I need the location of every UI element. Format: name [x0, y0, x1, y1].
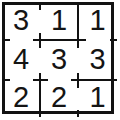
cell-grid: 3 1 1 4 3 3 2 2 1 — [2, 2, 117, 117]
cell-value: 3 — [89, 45, 105, 74]
cell-r2c0[interactable]: 2 — [2, 80, 40, 117]
cell-value: 1 — [51, 6, 67, 35]
cell-value: 1 — [89, 6, 105, 35]
drawn-edge — [77, 2, 80, 40]
cell-value: 3 — [13, 6, 29, 35]
border-tick-icon — [77, 110, 80, 118]
cell-value: 2 — [51, 83, 67, 112]
puzzle-board: 3 1 1 4 3 3 2 2 1 — [0, 0, 120, 120]
cell-value: 1 — [89, 83, 105, 112]
border-tick-icon — [2, 79, 10, 82]
cell-value: 4 — [13, 45, 29, 74]
cell-r1c1[interactable]: 3 — [40, 40, 78, 80]
cell-r2c1[interactable]: 2 — [40, 80, 78, 117]
cell-r1c2[interactable]: 3 — [78, 40, 117, 80]
drawn-edge — [39, 80, 42, 117]
cell-r0c2[interactable]: 1 — [78, 2, 117, 40]
cell-value: 2 — [13, 83, 29, 112]
border-tick-icon — [39, 2, 42, 10]
border-tick-icon — [110, 39, 118, 42]
cell-r0c1[interactable]: 1 — [40, 2, 78, 40]
drawn-edge — [40, 39, 78, 42]
cell-r1c0[interactable]: 4 — [2, 40, 40, 80]
cell-r0c0[interactable]: 3 — [2, 2, 40, 40]
drawn-edge — [78, 79, 117, 82]
cell-value: 3 — [51, 45, 67, 74]
border-tick-icon — [2, 39, 10, 42]
cell-r2c2[interactable]: 1 — [78, 80, 117, 117]
